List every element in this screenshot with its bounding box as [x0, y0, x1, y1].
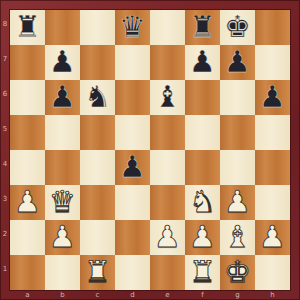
piece-white-knight[interactable]: ♞ [189, 187, 216, 217]
file-label-h: h [255, 290, 290, 300]
square-d6[interactable] [115, 80, 150, 115]
square-e8[interactable] [150, 10, 185, 45]
square-a4[interactable] [10, 150, 45, 185]
piece-black-knight[interactable]: ♞ [84, 82, 111, 112]
square-c3[interactable] [80, 185, 115, 220]
piece-black-pawn[interactable]: ♟ [49, 82, 76, 112]
piece-black-pawn[interactable]: ♟ [189, 47, 216, 77]
square-c8[interactable] [80, 10, 115, 45]
square-e1[interactable] [150, 255, 185, 290]
square-f2[interactable]: ♟ [185, 220, 220, 255]
rank-label-3: 3 [0, 182, 10, 217]
piece-white-rook[interactable]: ♜ [84, 257, 111, 287]
square-f8[interactable]: ♜ [185, 10, 220, 45]
piece-white-pawn[interactable]: ♟ [189, 222, 216, 252]
square-c7[interactable] [80, 45, 115, 80]
square-g3[interactable]: ♟ [220, 185, 255, 220]
square-a6[interactable] [10, 80, 45, 115]
square-c5[interactable] [80, 115, 115, 150]
square-b5[interactable] [45, 115, 80, 150]
square-a2[interactable] [10, 220, 45, 255]
square-d1[interactable] [115, 255, 150, 290]
square-g7[interactable]: ♟ [220, 45, 255, 80]
square-g2[interactable]: ♝ [220, 220, 255, 255]
square-h2[interactable]: ♟ [255, 220, 290, 255]
piece-white-bishop[interactable]: ♝ [224, 222, 251, 252]
square-f5[interactable] [185, 115, 220, 150]
piece-white-pawn[interactable]: ♟ [14, 187, 41, 217]
piece-black-queen[interactable]: ♛ [119, 12, 146, 42]
square-b3[interactable]: ♛ [45, 185, 80, 220]
square-e5[interactable] [150, 115, 185, 150]
square-d8[interactable]: ♛ [115, 10, 150, 45]
file-label-g: g [220, 290, 255, 300]
square-h7[interactable] [255, 45, 290, 80]
square-e3[interactable] [150, 185, 185, 220]
rank-label-2: 2 [0, 217, 10, 252]
piece-black-pawn[interactable]: ♟ [49, 47, 76, 77]
piece-black-king[interactable]: ♚ [224, 12, 251, 42]
square-b8[interactable] [45, 10, 80, 45]
piece-white-pawn[interactable]: ♟ [259, 222, 286, 252]
square-h6[interactable]: ♟ [255, 80, 290, 115]
square-c1[interactable]: ♜ [80, 255, 115, 290]
square-h4[interactable] [255, 150, 290, 185]
square-g5[interactable] [220, 115, 255, 150]
square-h5[interactable] [255, 115, 290, 150]
square-g8[interactable]: ♚ [220, 10, 255, 45]
file-label-e: e [150, 290, 185, 300]
piece-white-rook[interactable]: ♜ [189, 257, 216, 287]
piece-black-pawn[interactable]: ♟ [259, 82, 286, 112]
rank-label-8: 8 [0, 7, 10, 42]
rank-label-5: 5 [0, 112, 10, 147]
square-f1[interactable]: ♜ [185, 255, 220, 290]
file-label-f: f [185, 290, 220, 300]
square-f4[interactable] [185, 150, 220, 185]
square-c4[interactable] [80, 150, 115, 185]
square-e7[interactable] [150, 45, 185, 80]
square-e2[interactable]: ♟ [150, 220, 185, 255]
square-d7[interactable] [115, 45, 150, 80]
square-e6[interactable]: ♝ [150, 80, 185, 115]
square-d2[interactable] [115, 220, 150, 255]
square-d3[interactable] [115, 185, 150, 220]
square-g1[interactable]: ♚ [220, 255, 255, 290]
square-b7[interactable]: ♟ [45, 45, 80, 80]
square-h1[interactable] [255, 255, 290, 290]
rank-label-6: 6 [0, 77, 10, 112]
piece-white-pawn[interactable]: ♟ [224, 187, 251, 217]
square-h3[interactable] [255, 185, 290, 220]
square-e4[interactable] [150, 150, 185, 185]
square-b2[interactable]: ♟ [45, 220, 80, 255]
rank-label-4: 4 [0, 147, 10, 182]
piece-white-pawn[interactable]: ♟ [49, 222, 76, 252]
chess-board[interactable]: ♜♛♜♚♟♟♟♟♞♝♟♟♟♛♞♟♟♟♟♝♟♜♜♚ [10, 10, 290, 290]
piece-black-rook[interactable]: ♜ [189, 12, 216, 42]
square-a3[interactable]: ♟ [10, 185, 45, 220]
square-d4[interactable]: ♟ [115, 150, 150, 185]
piece-black-pawn[interactable]: ♟ [119, 152, 146, 182]
file-label-b: b [45, 290, 80, 300]
piece-black-pawn[interactable]: ♟ [224, 47, 251, 77]
square-g4[interactable] [220, 150, 255, 185]
file-labels: abcdefgh [10, 290, 290, 300]
square-f7[interactable]: ♟ [185, 45, 220, 80]
square-f6[interactable] [185, 80, 220, 115]
square-c2[interactable] [80, 220, 115, 255]
rank-label-1: 1 [0, 252, 10, 287]
square-c6[interactable]: ♞ [80, 80, 115, 115]
piece-black-rook[interactable]: ♜ [14, 12, 41, 42]
piece-white-king[interactable]: ♚ [224, 257, 251, 287]
square-f3[interactable]: ♞ [185, 185, 220, 220]
square-g6[interactable] [220, 80, 255, 115]
piece-black-bishop[interactable]: ♝ [154, 82, 181, 112]
square-d5[interactable] [115, 115, 150, 150]
square-b4[interactable] [45, 150, 80, 185]
file-label-c: c [80, 290, 115, 300]
rank-labels: 87654321 [0, 10, 10, 290]
file-label-d: d [115, 290, 150, 300]
piece-white-queen[interactable]: ♛ [49, 187, 76, 217]
rank-label-7: 7 [0, 42, 10, 77]
piece-white-pawn[interactable]: ♟ [154, 222, 181, 252]
square-h8[interactable] [255, 10, 290, 45]
square-a1[interactable] [10, 255, 45, 290]
board-frame: 87654321 abcdefgh ♜♛♜♚♟♟♟♟♞♝♟♟♟♛♞♟♟♟♟♝♟♜… [0, 0, 300, 300]
square-a8[interactable]: ♜ [10, 10, 45, 45]
file-label-a: a [10, 290, 45, 300]
square-a5[interactable] [10, 115, 45, 150]
square-b6[interactable]: ♟ [45, 80, 80, 115]
square-b1[interactable] [45, 255, 80, 290]
square-a7[interactable] [10, 45, 45, 80]
